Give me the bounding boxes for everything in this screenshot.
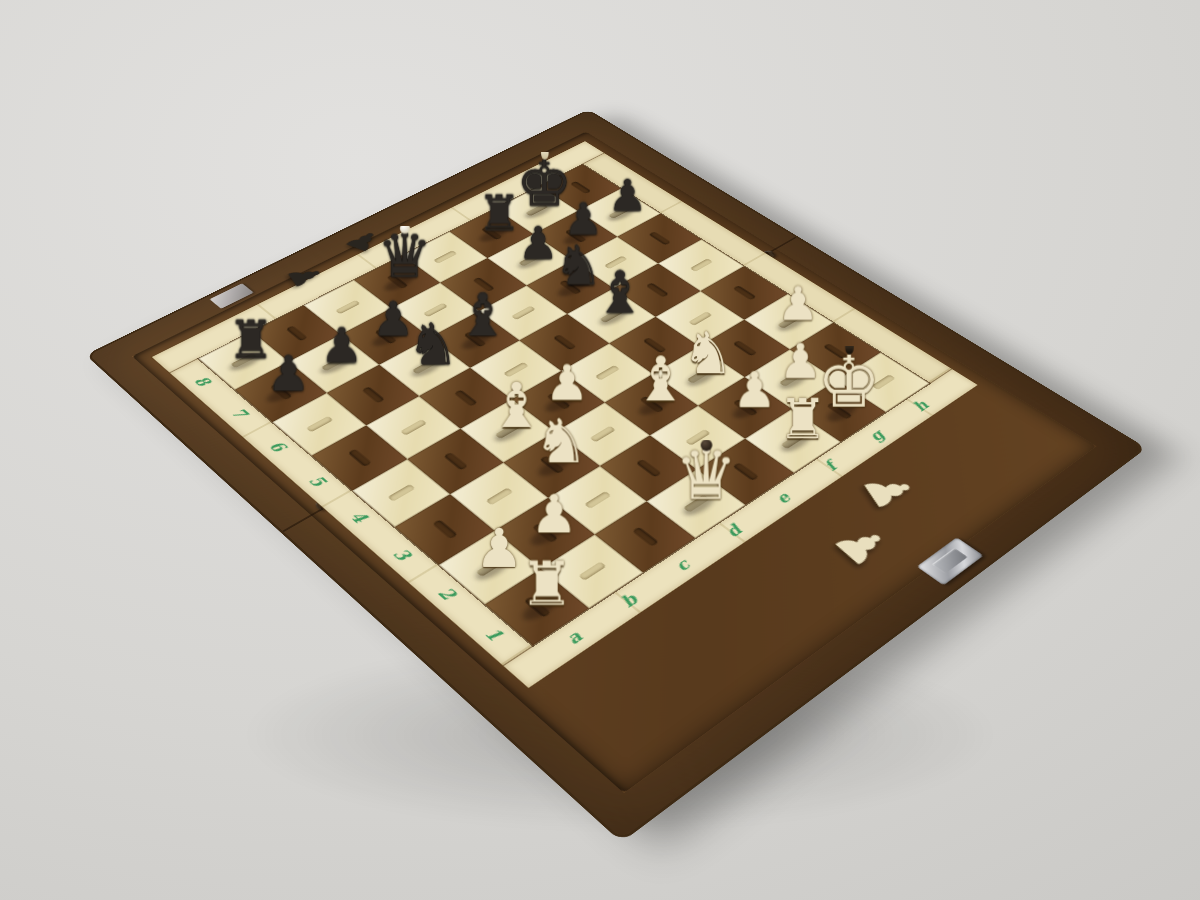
photo-stage: 87654321 abcdefgh ♜♛♜♚♟♟♟♟♟♟♞♝♞♝♝♟♞♝♞♟♟♟… xyxy=(0,0,1200,900)
squares-layer xyxy=(198,164,582,358)
